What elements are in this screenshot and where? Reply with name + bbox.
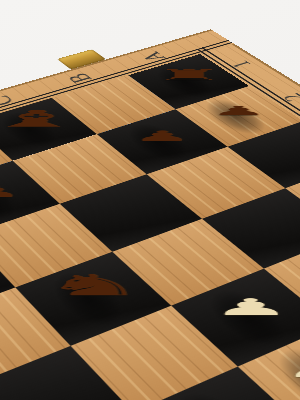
rook-glyph: ♜ <box>153 67 224 83</box>
pawn-glyph: ♟ <box>212 296 292 319</box>
pawn-glyph: ♟ <box>280 355 300 381</box>
pawn-glyph: ♟ <box>0 183 25 199</box>
pawn-glyph: ♟ <box>210 104 267 117</box>
chess-photo-scene: ABC12♜♟♟♝♟♞♟♟♟♟ <box>0 0 300 400</box>
bishop-glyph: ♝ <box>0 107 86 130</box>
chess-board: ABC12♜♟♟♝♟♞♟♟♟♟ <box>0 54 300 400</box>
pawn-glyph: ♟ <box>132 129 191 143</box>
knight-glyph: ♞ <box>40 270 147 300</box>
